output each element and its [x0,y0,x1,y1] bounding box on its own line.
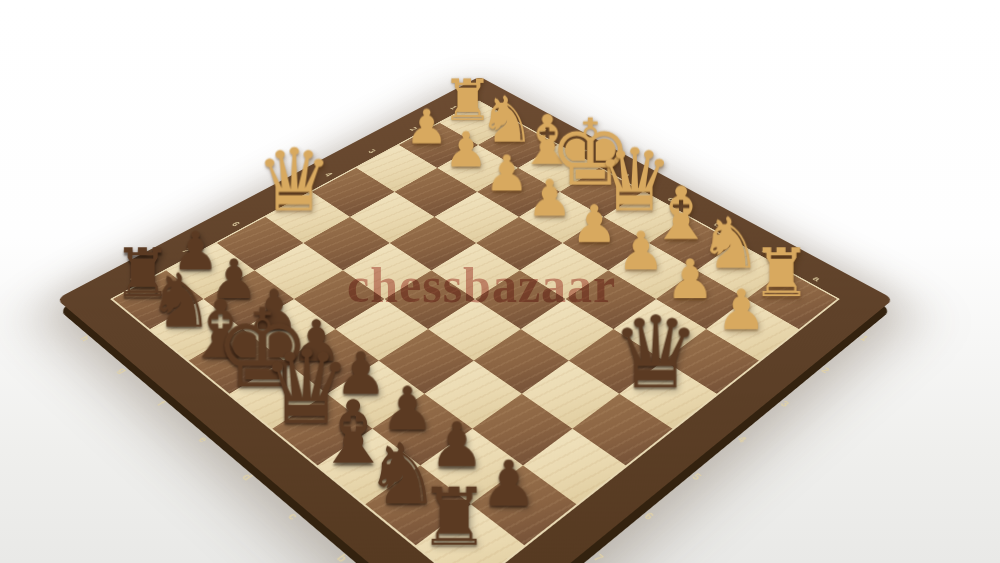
coord-label-left-6: 6 [230,221,241,227]
coord-label-left-2: 2 [408,127,418,132]
coord-label-left-5: 5 [277,196,287,202]
chessboard: hh11gg22ff33ee44dd55cc66bb77aa88 ♜♞♝♛♚♝♞… [56,76,893,563]
coord-label-top-e: e [621,172,631,178]
coord-label-top-d: d [666,196,676,202]
coord-label-left-1: 1 [448,105,457,110]
coord-label-left-3: 3 [366,149,376,155]
product-photo-scene: hh11gg22ff33ee44dd55cc66bb77aa88 ♜♞♝♛♚♝♞… [0,0,1000,563]
coord-label-top-f: f [579,149,587,154]
black-queen-a4[interactable]: ♛ [580,304,732,404]
square-c5[interactable] [474,329,569,394]
coord-label-bottom-f: f [155,400,166,407]
coord-label-top-h: h [499,106,509,111]
square-d5[interactable] [428,299,521,361]
coord-label-top-g: g [538,127,548,133]
black-rook-a8[interactable]: ♜ [370,478,539,558]
coord-label-left-4: 4 [323,172,333,178]
coord-label-right-1: 1 [858,335,869,343]
coord-label-top-c: c [712,222,722,228]
perspective-container: hh11gg22ff33ee44dd55cc66bb77aa88 ♜♞♝♛♚♝♞… [0,0,1000,563]
